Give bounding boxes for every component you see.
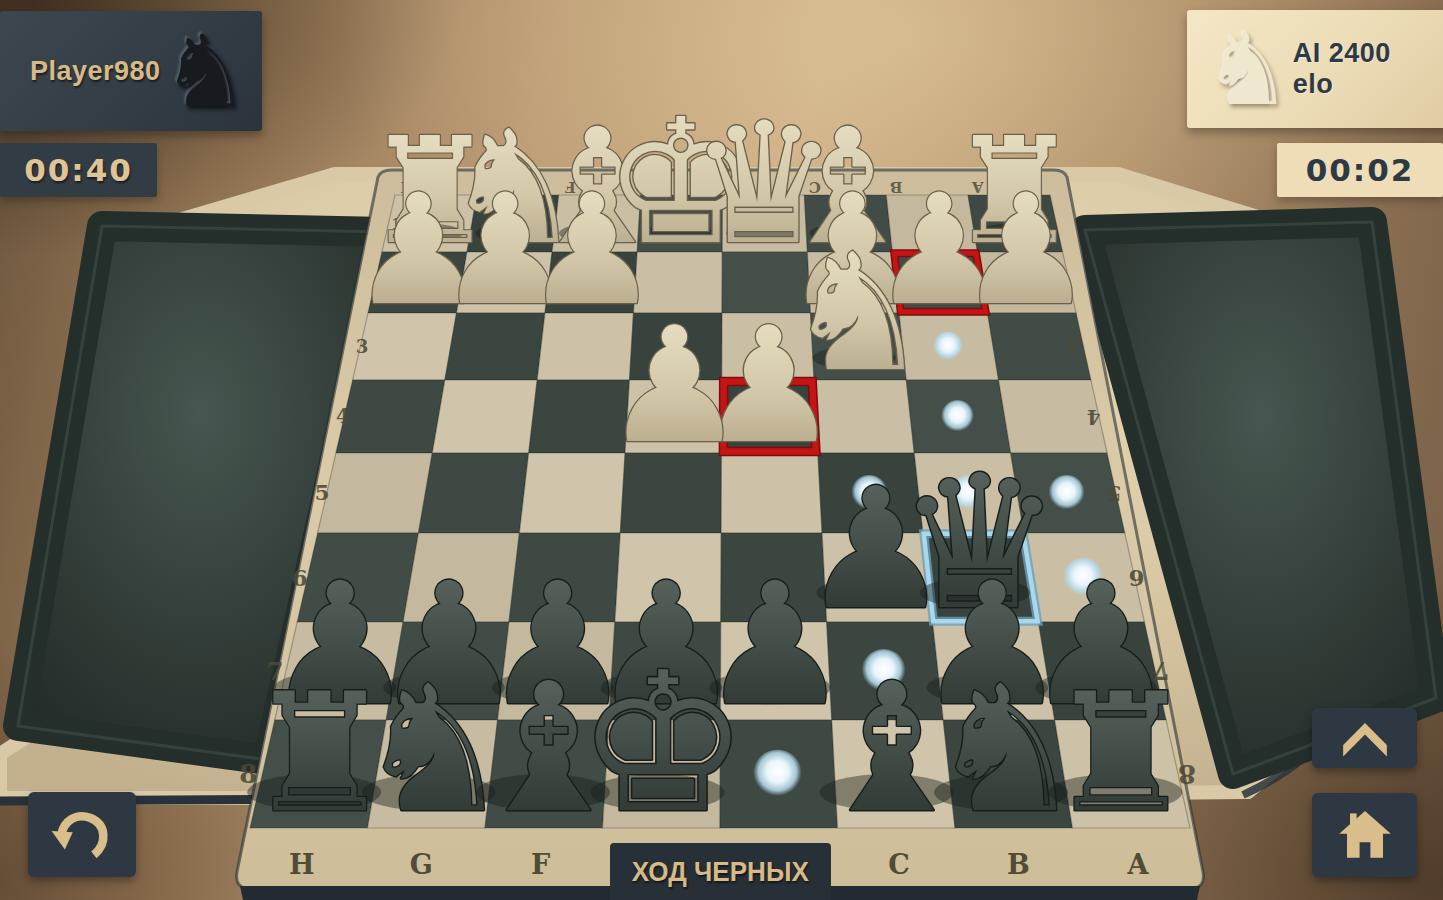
turn-banner-text: ХОД ЧЕРНЫХ [632, 856, 809, 888]
square-g5[interactable] [419, 453, 529, 533]
piece-black-rook-a8[interactable]: ♜ [1047, 658, 1194, 849]
file-label-bottom-f: F [531, 849, 550, 880]
square-g4[interactable] [432, 380, 537, 453]
rank-label-left-4: 4 [336, 404, 350, 428]
square-h4[interactable] [336, 380, 445, 453]
player-white-name: AI 2400 elo [1293, 38, 1427, 100]
square-h5[interactable] [318, 453, 433, 533]
home-button[interactable] [1312, 793, 1417, 877]
player-white-panel: ♞ AI 2400 elo [1187, 10, 1443, 128]
piece-white-pawn-a2[interactable]: ♟ [957, 161, 1094, 339]
rank-label-right-3: 3 [1068, 336, 1081, 357]
move-dot-d8[interactable] [753, 750, 802, 799]
player-black-name: Player980 [30, 56, 161, 87]
home-icon [1333, 805, 1397, 865]
file-label-bottom-a: A [1127, 849, 1150, 880]
undo-icon [44, 802, 120, 868]
file-label-bottom-h: H [289, 849, 315, 880]
piece-black-king-e8[interactable]: ♚ [577, 631, 750, 855]
rank-label-right-5: 5 [1107, 481, 1122, 506]
file-label-bottom-g: G [410, 849, 433, 880]
rank-label-left-3: 3 [356, 336, 369, 357]
rank-label-left-5: 5 [315, 480, 330, 505]
piece-white-pawn-e4[interactable]: ♟ [603, 292, 746, 479]
white-knight-icon: ♞ [1203, 22, 1293, 117]
player-black-panel: Player980 ♞ [0, 11, 262, 131]
file-label-bottom-b: B [1007, 849, 1030, 880]
white-clock: 00:02 [1277, 143, 1443, 197]
rank-label-right-4: 4 [1087, 405, 1101, 429]
chess-app-screen: 1122334455667788HHGGFFEEDDCCBBAA♜♞♝♚♛♝♜♟… [0, 0, 1443, 900]
chevron-up-icon [1331, 715, 1399, 761]
file-label-bottom-c: C [888, 849, 910, 880]
move-dot-b4[interactable] [941, 400, 974, 433]
black-clock: 00:40 [0, 143, 157, 197]
undo-button[interactable] [28, 792, 136, 877]
collapse-button[interactable] [1312, 708, 1417, 768]
board-scene: 1122334455667788HHGGFFEEDDCCBBAA♜♞♝♚♛♝♜♟… [0, 0, 1443, 900]
turn-banner: ХОД ЧЕРНЫХ [610, 843, 831, 900]
black-knight-icon: ♞ [161, 24, 251, 119]
